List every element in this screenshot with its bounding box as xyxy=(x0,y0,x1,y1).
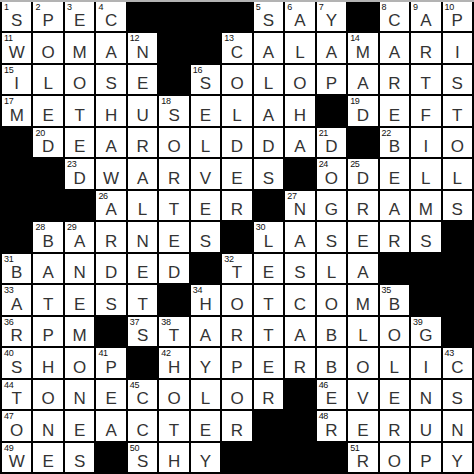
grid-cell-r12c7[interactable]: Y xyxy=(191,348,220,377)
grid-cell-r7c13[interactable]: A xyxy=(380,191,409,220)
cell-letter: A xyxy=(294,233,305,250)
grid-cell-r7c15[interactable]: S xyxy=(443,191,472,220)
cell-letter: A xyxy=(294,12,305,29)
cell-letter: M xyxy=(356,296,370,313)
grid-cell-r13c14[interactable]: N xyxy=(411,380,440,409)
clue-number: 18 xyxy=(161,97,170,106)
grid-cell-r8c3[interactable]: 29A xyxy=(65,222,94,251)
grid-cell-r7c5[interactable]: L xyxy=(128,191,157,220)
grid-cell-r14c13[interactable]: R xyxy=(380,411,409,440)
cell-letter: E xyxy=(74,296,85,313)
grid-cell-r4c8[interactable]: L xyxy=(222,96,251,125)
black-cell xyxy=(128,348,157,377)
black-cell xyxy=(317,443,346,472)
grid-cell-r14c1[interactable]: 47O xyxy=(2,411,31,440)
grid-cell-r14c14[interactable]: U xyxy=(411,411,440,440)
grid-cell-r9c8[interactable]: 32T xyxy=(222,254,251,283)
cell-letter: H xyxy=(294,107,306,124)
grid-cell-r12c3[interactable]: O xyxy=(65,348,94,377)
cell-letter: E xyxy=(43,453,54,470)
clue-number: 37 xyxy=(130,318,139,327)
grid-cell-r3c15[interactable]: S xyxy=(443,65,472,94)
grid-cell-r6c15[interactable]: L xyxy=(443,159,472,188)
grid-cell-r14c15[interactable]: N xyxy=(443,411,472,440)
grid-cell-r5c4[interactable]: A xyxy=(96,128,125,157)
black-cell xyxy=(411,285,440,314)
black-cell xyxy=(2,128,31,157)
grid-cell-r2c4[interactable]: A xyxy=(96,33,125,62)
clue-number: 40 xyxy=(4,349,13,358)
grid-cell-r2c13[interactable]: A xyxy=(380,33,409,62)
cell-letter: S xyxy=(263,170,274,187)
grid-cell-r1c2[interactable]: 2P xyxy=(33,2,62,31)
grid-cell-r1c4[interactable]: 4C xyxy=(96,2,125,31)
grid-cell-r6c7[interactable]: V xyxy=(191,159,220,188)
grid-cell-r9c10[interactable]: S xyxy=(285,254,314,283)
grid-cell-r7c6[interactable]: T xyxy=(159,191,188,220)
cell-letter: R xyxy=(168,170,180,187)
grid-cell-r14c3[interactable]: E xyxy=(65,411,94,440)
grid-cell-r13c12[interactable]: V xyxy=(348,380,377,409)
grid-cell-r1c9[interactable]: 5S xyxy=(254,2,283,31)
grid-cell-r6c4[interactable]: W xyxy=(96,159,125,188)
cell-letter: P xyxy=(105,359,116,376)
grid-cell-r4c6[interactable]: 18S xyxy=(159,96,188,125)
black-cell xyxy=(128,2,157,31)
clue-number: 28 xyxy=(35,223,44,232)
grid-cell-r5c3[interactable]: E xyxy=(65,128,94,157)
grid-cell-r5c6[interactable]: O xyxy=(159,128,188,157)
clue-number: 14 xyxy=(350,34,359,43)
cell-letter: A xyxy=(263,44,274,61)
grid-cell-r12c10[interactable]: R xyxy=(285,348,314,377)
cell-letter: V xyxy=(200,170,211,187)
grid-cell-r8c11[interactable]: S xyxy=(317,222,346,251)
grid-cell-r12c13[interactable]: L xyxy=(380,348,409,377)
grid-cell-r3c5[interactable]: E xyxy=(128,65,157,94)
grid-cell-r12c14[interactable]: I xyxy=(411,348,440,377)
grid-cell-r10c8[interactable]: O xyxy=(222,285,251,314)
clue-number: 26 xyxy=(98,192,107,201)
cell-letter: N xyxy=(136,44,148,61)
cell-letter: S xyxy=(11,359,22,376)
grid-cell-r13c11[interactable]: 46E xyxy=(317,380,346,409)
grid-cell-r8c12[interactable]: E xyxy=(348,222,377,251)
grid-cell-r4c12[interactable]: 19D xyxy=(348,96,377,125)
grid-cell-r3c10[interactable]: O xyxy=(285,65,314,94)
cell-letter: D xyxy=(357,107,369,124)
grid-cell-r6c8[interactable]: E xyxy=(222,159,251,188)
cell-letter: O xyxy=(325,296,338,313)
grid-cell-r7c12[interactable]: R xyxy=(348,191,377,220)
cell-letter: R xyxy=(231,201,243,218)
grid-cell-r6c5[interactable]: A xyxy=(128,159,157,188)
clue-number: 32 xyxy=(224,255,233,264)
grid-cell-r14c4[interactable]: A xyxy=(96,411,125,440)
grid-cell-r14c8[interactable]: R xyxy=(222,411,251,440)
grid-cell-r9c2[interactable]: A xyxy=(33,254,62,283)
grid-cell-r4c7[interactable]: E xyxy=(191,96,220,125)
cell-letter: T xyxy=(169,327,179,344)
grid-cell-r7c4[interactable]: 26A xyxy=(96,191,125,220)
cell-letter: E xyxy=(326,390,337,407)
grid-cell-r11c3[interactable]: M xyxy=(65,317,94,346)
clue-number: 43 xyxy=(445,349,454,358)
cell-letter: E xyxy=(74,12,85,29)
grid-cell-r13c6[interactable]: O xyxy=(159,380,188,409)
black-cell xyxy=(2,222,31,251)
grid-cell-r3c9[interactable]: L xyxy=(254,65,283,94)
grid-cell-r10c7[interactable]: 34H xyxy=(191,285,220,314)
black-cell xyxy=(348,2,377,31)
grid-cell-r9c6[interactable]: D xyxy=(159,254,188,283)
grid-cell-r13c13[interactable]: E xyxy=(380,380,409,409)
grid-cell-r15c3[interactable]: S xyxy=(65,443,94,472)
grid-cell-r15c1[interactable]: 49W xyxy=(2,443,31,472)
cell-letter: L xyxy=(453,170,462,187)
grid-cell-r1c13[interactable]: 8C xyxy=(380,2,409,31)
grid-cell-r2c14[interactable]: R xyxy=(411,33,440,62)
cell-letter: B xyxy=(326,359,337,376)
grid-cell-r1c11[interactable]: 7Y xyxy=(317,2,346,31)
grid-cell-r8c6[interactable]: E xyxy=(159,222,188,251)
black-cell xyxy=(443,317,472,346)
cell-letter: E xyxy=(137,75,148,92)
grid-cell-r2c2[interactable]: O xyxy=(33,33,62,62)
grid-cell-r13c9[interactable]: R xyxy=(254,380,283,409)
grid-cell-r6c12[interactable]: 25D xyxy=(348,159,377,188)
grid-cell-r5c15[interactable]: O xyxy=(443,128,472,157)
grid-cell-r15c6[interactable]: H xyxy=(159,443,188,472)
grid-cell-r5c13[interactable]: 22B xyxy=(380,128,409,157)
cell-letter: S xyxy=(168,107,179,124)
grid-cell-r9c3[interactable]: N xyxy=(65,254,94,283)
grid-cell-r1c3[interactable]: 3E xyxy=(65,2,94,31)
cell-letter: R xyxy=(231,422,243,439)
black-cell xyxy=(159,33,188,62)
grid-cell-r5c5[interactable]: R xyxy=(128,128,157,157)
cell-letter: M xyxy=(419,201,433,218)
grid-cell-r15c13[interactable]: O xyxy=(380,443,409,472)
cell-letter: B xyxy=(11,264,22,281)
clue-number: 33 xyxy=(4,286,13,295)
cell-letter: M xyxy=(10,107,24,124)
grid-cell-r7c14[interactable]: M xyxy=(411,191,440,220)
grid-cell-r3c12[interactable]: A xyxy=(348,65,377,94)
clue-number: 23 xyxy=(67,160,76,169)
cell-letter: E xyxy=(200,422,211,439)
grid-cell-r11c6[interactable]: 38T xyxy=(159,317,188,346)
grid-cell-r4c10[interactable]: H xyxy=(285,96,314,125)
cell-letter: L xyxy=(421,170,430,187)
grid-cell-r2c10[interactable]: L xyxy=(285,33,314,62)
cell-letter: I xyxy=(455,44,460,61)
grid-cell-r2c8[interactable]: 13C xyxy=(222,33,251,62)
grid-cell-r10c2[interactable]: T xyxy=(33,285,62,314)
cell-letter: D xyxy=(357,170,369,187)
cell-letter: A xyxy=(43,264,54,281)
clue-number: 10 xyxy=(445,3,454,12)
cell-letter: L xyxy=(358,327,367,344)
grid-cell-r15c7[interactable]: Y xyxy=(191,443,220,472)
cell-letter: S xyxy=(452,390,463,407)
cell-letter: H xyxy=(168,453,180,470)
grid-cell-r11c8[interactable]: R xyxy=(222,317,251,346)
cell-letter: L xyxy=(264,233,273,250)
grid-cell-r6c6[interactable]: R xyxy=(159,159,188,188)
grid-cell-r14c2[interactable]: N xyxy=(33,411,62,440)
grid-cell-r10c5[interactable]: T xyxy=(128,285,157,314)
black-cell xyxy=(285,380,314,409)
grid-cell-r8c2[interactable]: 28B xyxy=(33,222,62,251)
grid-cell-r9c5[interactable]: E xyxy=(128,254,157,283)
grid-cell-r14c12[interactable]: E xyxy=(348,411,377,440)
grid-cell-r4c9[interactable]: A xyxy=(254,96,283,125)
grid-cell-r11c2[interactable]: P xyxy=(33,317,62,346)
grid-cell-r15c15[interactable]: Y xyxy=(443,443,472,472)
clue-number: 11 xyxy=(4,34,13,43)
grid-cell-r4c15[interactable]: T xyxy=(443,96,472,125)
grid-cell-r14c7[interactable]: E xyxy=(191,411,220,440)
grid-cell-r2c9[interactable]: A xyxy=(254,33,283,62)
grid-cell-r7c8[interactable]: R xyxy=(222,191,251,220)
grid-cell-r7c7[interactable]: E xyxy=(191,191,220,220)
grid-cell-r4c14[interactable]: F xyxy=(411,96,440,125)
black-cell xyxy=(33,159,62,188)
cell-letter: D xyxy=(325,138,337,155)
grid-cell-r3c8[interactable]: O xyxy=(222,65,251,94)
grid-cell-r13c2[interactable]: O xyxy=(33,380,62,409)
grid-cell-r11c9[interactable]: T xyxy=(254,317,283,346)
grid-cell-r2c15[interactable]: I xyxy=(443,33,472,62)
grid-cell-r2c3[interactable]: M xyxy=(65,33,94,62)
cell-letter: T xyxy=(452,107,462,124)
grid-cell-r5c11[interactable]: 21D xyxy=(317,128,346,157)
clue-number: 51 xyxy=(350,444,359,453)
cell-letter: P xyxy=(231,359,242,376)
black-cell xyxy=(159,2,188,31)
grid-cell-r11c7[interactable]: A xyxy=(191,317,220,346)
grid-cell-r13c3[interactable]: N xyxy=(65,380,94,409)
cell-letter: E xyxy=(357,233,368,250)
grid-cell-r4c1[interactable]: 17M xyxy=(2,96,31,125)
grid-cell-r11c10[interactable]: A xyxy=(285,317,314,346)
grid-cell-r14c5[interactable]: C xyxy=(128,411,157,440)
grid-cell-r11c11[interactable]: B xyxy=(317,317,346,346)
grid-cell-r5c10[interactable]: A xyxy=(285,128,314,157)
grid-cell-r3c14[interactable]: T xyxy=(411,65,440,94)
grid-cell-r12c15[interactable]: 43C xyxy=(443,348,472,377)
grid-cell-r9c1[interactable]: 31B xyxy=(2,254,31,283)
grid-cell-r10c1[interactable]: 33A xyxy=(2,285,31,314)
grid-cell-r9c12[interactable]: A xyxy=(348,254,377,283)
grid-cell-r1c14[interactable]: 9A xyxy=(411,2,440,31)
grid-cell-r12c9[interactable]: E xyxy=(254,348,283,377)
grid-cell-r4c4[interactable]: H xyxy=(96,96,125,125)
grid-cell-r15c5[interactable]: 50S xyxy=(128,443,157,472)
cell-letter: E xyxy=(200,201,211,218)
grid-cell-r14c6[interactable]: T xyxy=(159,411,188,440)
cell-letter: F xyxy=(421,107,431,124)
cell-letter: S xyxy=(105,296,116,313)
cell-letter: H xyxy=(105,107,117,124)
grid-cell-r2c1[interactable]: 11W xyxy=(2,33,31,62)
grid-cell-r12c4[interactable]: 41P xyxy=(96,348,125,377)
grid-cell-r5c8[interactable]: D xyxy=(222,128,251,157)
clue-number: 3 xyxy=(67,3,72,12)
grid-cell-r13c1[interactable]: 44T xyxy=(2,380,31,409)
grid-cell-r9c11[interactable]: L xyxy=(317,254,346,283)
grid-cell-r12c6[interactable]: 42H xyxy=(159,348,188,377)
grid-cell-r10c13[interactable]: 35B xyxy=(380,285,409,314)
black-cell xyxy=(65,191,94,220)
grid-cell-r10c9[interactable]: T xyxy=(254,285,283,314)
black-cell xyxy=(317,96,346,125)
grid-cell-r12c11[interactable]: B xyxy=(317,348,346,377)
cell-letter: N xyxy=(74,264,86,281)
grid-cell-r15c14[interactable]: P xyxy=(411,443,440,472)
cell-letter: S xyxy=(11,12,22,29)
cell-letter: S xyxy=(200,75,211,92)
grid-cell-r13c5[interactable]: 45C xyxy=(128,380,157,409)
grid-cell-r10c12[interactable]: M xyxy=(348,285,377,314)
black-cell xyxy=(191,33,220,62)
grid-cell-r6c13[interactable]: E xyxy=(380,159,409,188)
black-cell xyxy=(2,191,31,220)
cell-letter: N xyxy=(451,422,463,439)
grid-cell-r11c1[interactable]: 36R xyxy=(2,317,31,346)
cell-letter: N xyxy=(136,233,148,250)
grid-cell-r6c3[interactable]: 23D xyxy=(65,159,94,188)
grid-cell-r1c1[interactable]: 1S xyxy=(2,2,31,31)
grid-cell-r3c13[interactable]: R xyxy=(380,65,409,94)
grid-cell-r5c14[interactable]: I xyxy=(411,128,440,157)
grid-cell-r8c7[interactable]: S xyxy=(191,222,220,251)
black-cell xyxy=(411,254,440,283)
grid-cell-r3c1[interactable]: 15I xyxy=(2,65,31,94)
clue-number: 22 xyxy=(382,129,391,138)
grid-cell-r8c4[interactable]: R xyxy=(96,222,125,251)
grid-cell-r10c3[interactable]: E xyxy=(65,285,94,314)
cell-letter: L xyxy=(201,390,210,407)
grid-cell-r10c11[interactable]: O xyxy=(317,285,346,314)
black-cell xyxy=(285,443,314,472)
grid-cell-r11c14[interactable]: 39G xyxy=(411,317,440,346)
grid-cell-r11c5[interactable]: 37S xyxy=(128,317,157,346)
cell-letter: R xyxy=(325,422,337,439)
grid-cell-r6c9[interactable]: S xyxy=(254,159,283,188)
cell-letter: R xyxy=(388,422,400,439)
grid-cell-r8c13[interactable]: R xyxy=(380,222,409,251)
cell-letter: S xyxy=(263,12,274,29)
cell-letter: A xyxy=(389,201,400,218)
grid-cell-r6c11[interactable]: 24O xyxy=(317,159,346,188)
grid-cell-r3c11[interactable]: P xyxy=(317,65,346,94)
grid-cell-r2c12[interactable]: 14M xyxy=(348,33,377,62)
grid-cell-r1c15[interactable]: 10P xyxy=(443,2,472,31)
grid-cell-r13c8[interactable]: O xyxy=(222,380,251,409)
grid-cell-r13c7[interactable]: L xyxy=(191,380,220,409)
grid-cell-r9c9[interactable]: E xyxy=(254,254,283,283)
grid-cell-r3c4[interactable]: S xyxy=(96,65,125,94)
cell-letter: O xyxy=(388,453,401,470)
clue-number: 34 xyxy=(193,286,202,295)
grid-cell-r12c2[interactable]: H xyxy=(33,348,62,377)
grid-cell-r5c7[interactable]: L xyxy=(191,128,220,157)
grid-cell-r11c13[interactable]: O xyxy=(380,317,409,346)
cell-letter: G xyxy=(325,201,338,218)
grid-cell-r8c10[interactable]: A xyxy=(285,222,314,251)
cell-letter: E xyxy=(74,138,85,155)
grid-cell-r8c9[interactable]: 30L xyxy=(254,222,283,251)
clue-number: 5 xyxy=(256,3,261,12)
grid-cell-r15c2[interactable]: E xyxy=(33,443,62,472)
grid-cell-r4c5[interactable]: U xyxy=(128,96,157,125)
clue-number: 31 xyxy=(4,255,13,264)
cell-letter: S xyxy=(74,453,85,470)
grid-cell-r4c3[interactable]: T xyxy=(65,96,94,125)
grid-cell-r11c12[interactable]: L xyxy=(348,317,377,346)
grid-cell-r5c2[interactable]: 20D xyxy=(33,128,62,157)
cell-letter: S xyxy=(200,233,211,250)
grid-cell-r9c4[interactable]: D xyxy=(96,254,125,283)
cell-letter: L xyxy=(232,107,241,124)
clue-number: 39 xyxy=(413,318,422,327)
grid-cell-r6c14[interactable]: L xyxy=(411,159,440,188)
grid-cell-r7c10[interactable]: 27N xyxy=(285,191,314,220)
grid-cell-r12c1[interactable]: 40S xyxy=(2,348,31,377)
grid-cell-r2c5[interactable]: 12N xyxy=(128,33,157,62)
grid-cell-r12c12[interactable]: O xyxy=(348,348,377,377)
clue-number: 29 xyxy=(67,223,76,232)
grid-cell-r2c11[interactable]: A xyxy=(317,33,346,62)
grid-cell-r3c2[interactable]: L xyxy=(33,65,62,94)
grid-cell-r4c13[interactable]: E xyxy=(380,96,409,125)
grid-cell-r13c4[interactable]: E xyxy=(96,380,125,409)
black-cell xyxy=(348,128,377,157)
cell-letter: L xyxy=(295,44,304,61)
cell-letter: E xyxy=(168,233,179,250)
cell-letter: H xyxy=(42,359,54,376)
cell-letter: A xyxy=(137,170,148,187)
grid-cell-r3c3[interactable]: O xyxy=(65,65,94,94)
grid-cell-r10c4[interactable]: S xyxy=(96,285,125,314)
grid-cell-r13c15[interactable]: S xyxy=(443,380,472,409)
cell-letter: V xyxy=(357,390,368,407)
clue-number: 19 xyxy=(350,97,359,106)
cell-letter: E xyxy=(74,422,85,439)
clue-number: 41 xyxy=(98,349,107,358)
grid-cell-r3c7[interactable]: 16S xyxy=(191,65,220,94)
cell-letter: S xyxy=(452,201,463,218)
clue-number: 46 xyxy=(319,381,328,390)
grid-cell-r7c11[interactable]: G xyxy=(317,191,346,220)
grid-cell-r14c11[interactable]: 48R xyxy=(317,411,346,440)
clue-number: 30 xyxy=(256,223,265,232)
grid-cell-r12c8[interactable]: P xyxy=(222,348,251,377)
cell-letter: A xyxy=(263,107,274,124)
clue-number: 27 xyxy=(287,192,296,201)
grid-cell-r4c2[interactable]: E xyxy=(33,96,62,125)
grid-cell-r8c5[interactable]: N xyxy=(128,222,157,251)
cell-letter: P xyxy=(43,327,54,344)
grid-cell-r10c10[interactable]: C xyxy=(285,285,314,314)
grid-cell-r5c9[interactable]: D xyxy=(254,128,283,157)
grid-cell-r1c10[interactable]: 6A xyxy=(285,2,314,31)
grid-cell-r15c12[interactable]: 51R xyxy=(348,443,377,472)
grid-cell-r8c14[interactable]: S xyxy=(411,222,440,251)
clue-number: 1 xyxy=(4,3,9,12)
